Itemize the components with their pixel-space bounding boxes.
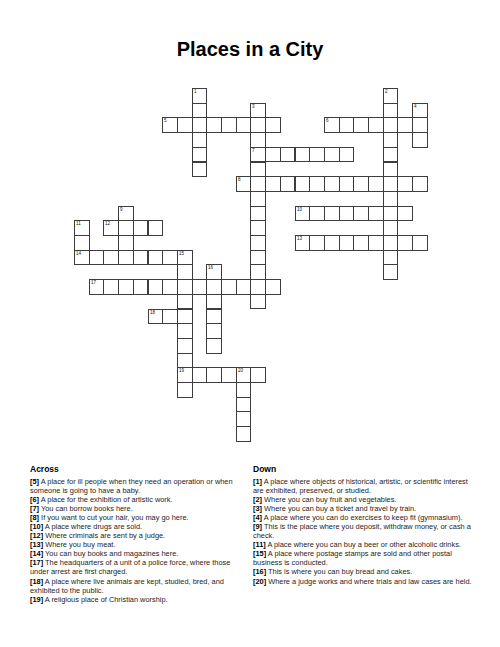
crossword-cell[interactable] (250, 235, 266, 251)
crossword-cell[interactable] (118, 235, 134, 251)
crossword-cell[interactable] (250, 162, 266, 178)
crossword-cell[interactable] (177, 309, 193, 325)
crossword-cell[interactable]: 12 (103, 220, 119, 236)
crossword-cell[interactable] (265, 279, 281, 295)
clue-number: [15] (253, 549, 266, 558)
crossword-cell[interactable] (397, 117, 413, 133)
crossword-cell[interactable] (192, 367, 208, 383)
cell-number: 17 (91, 280, 96, 285)
cell-number: 5 (164, 118, 167, 123)
clue-item: [20] Where a judge works and where trial… (253, 577, 476, 586)
clue-number: [2] (253, 495, 262, 504)
crossword-cell[interactable] (177, 353, 193, 369)
crossword-cell[interactable] (206, 309, 222, 325)
crossword-cell[interactable] (383, 132, 399, 148)
crossword-cell[interactable] (295, 147, 311, 163)
crossword-cell[interactable]: 13 (295, 235, 311, 251)
crossword-cell[interactable] (309, 235, 325, 251)
crossword-cell[interactable] (412, 117, 428, 133)
clue-number: [18] (30, 577, 43, 586)
crossword-cell[interactable] (383, 162, 399, 178)
cell-number: 9 (120, 207, 123, 212)
crossword-cell[interactable] (339, 176, 355, 192)
crossword-cell[interactable] (383, 250, 399, 266)
crossword-cell[interactable]: 6 (324, 117, 340, 133)
crossword-cell[interactable] (250, 367, 266, 383)
crossword-cell[interactable] (353, 176, 369, 192)
crossword-cell[interactable]: 20 (236, 367, 252, 383)
crossword-cell[interactable] (265, 147, 281, 163)
crossword-cell[interactable] (383, 147, 399, 163)
crossword-cell[interactable] (383, 206, 399, 222)
cell-number: 16 (208, 265, 213, 270)
clue-number: [19] (30, 595, 43, 604)
crossword-cell[interactable] (250, 191, 266, 207)
crossword-cell[interactable] (368, 117, 384, 133)
crossword-cell[interactable] (162, 309, 178, 325)
crossword-cell[interactable] (397, 176, 413, 192)
crossword-cell[interactable] (221, 367, 237, 383)
crossword-cell[interactable] (236, 117, 252, 133)
crossword-cell[interactable] (221, 279, 237, 295)
crossword-cell[interactable] (162, 250, 178, 266)
crossword-cell[interactable] (295, 176, 311, 192)
crossword-cell[interactable] (103, 279, 119, 295)
crossword-cell[interactable] (236, 397, 252, 413)
clue-item: [3] Where you can buy a ticket and trave… (253, 504, 476, 513)
crossword-cell[interactable] (148, 220, 164, 236)
crossword-cell[interactable] (221, 117, 237, 133)
crossword-cell[interactable] (324, 147, 340, 163)
clue-item: [6] A place for the exhibition of artist… (30, 495, 247, 504)
clue-number: [17] (30, 558, 43, 567)
crossword-cell[interactable] (177, 264, 193, 280)
cell-number: 20 (238, 368, 243, 373)
crossword-cell[interactable] (309, 206, 325, 222)
crossword-cell[interactable] (368, 206, 384, 222)
crossword-cell[interactable] (206, 338, 222, 354)
clue-number: [11] (253, 540, 266, 549)
crossword-cell[interactable] (353, 206, 369, 222)
crossword-cell[interactable] (309, 176, 325, 192)
crossword-cell[interactable] (118, 250, 134, 266)
crossword-cell[interactable] (339, 117, 355, 133)
crossword-cell[interactable] (192, 132, 208, 148)
cell-number: 14 (76, 251, 81, 256)
crossword-cell[interactable] (383, 117, 399, 133)
clue-number: [4] (253, 513, 262, 522)
crossword-cell[interactable] (383, 191, 399, 207)
cell-number: 4 (414, 104, 417, 109)
crossword-cell[interactable] (177, 294, 193, 310)
clue-item: [7] You can borrow books here. (30, 504, 247, 513)
crossword-cell[interactable] (133, 220, 149, 236)
crossword-cell[interactable] (324, 206, 340, 222)
crossword-cell[interactable] (368, 176, 384, 192)
cell-number: 1 (194, 89, 197, 94)
clue-item: [12] Where criminals are sent by a judge… (30, 531, 247, 540)
crossword-cell[interactable]: 19 (177, 367, 193, 383)
cell-number: 13 (297, 236, 302, 241)
clue-number: [7] (30, 504, 39, 513)
crossword-cell[interactable] (412, 132, 428, 148)
down-clues: Down [1] A place where objects of histor… (253, 464, 476, 604)
crossword-cell[interactable] (412, 176, 428, 192)
cell-number: 6 (326, 118, 329, 123)
crossword-cell[interactable] (236, 279, 252, 295)
crossword-cell[interactable]: 17 (89, 279, 105, 295)
crossword-cell[interactable] (206, 117, 222, 133)
crossword-cell[interactable]: 5 (162, 117, 178, 133)
cell-number: 10 (297, 207, 302, 212)
crossword-cell[interactable] (133, 250, 149, 266)
crossword-cell[interactable]: 7 (250, 147, 266, 163)
crossword-cell[interactable]: 1 (192, 88, 208, 104)
clue-number: [5] (30, 477, 39, 486)
crossword-cell[interactable] (383, 235, 399, 251)
crossword-cell[interactable] (412, 235, 428, 251)
crossword-cell[interactable]: 11 (74, 220, 90, 236)
cell-number: 2 (385, 89, 388, 94)
crossword-cell[interactable] (250, 220, 266, 236)
crossword-cell[interactable] (192, 117, 208, 133)
crossword-cell[interactable] (133, 279, 149, 295)
crossword-cell[interactable] (339, 206, 355, 222)
crossword-cell[interactable] (353, 235, 369, 251)
crossword-cell[interactable] (89, 250, 105, 266)
crossword-cell[interactable] (177, 117, 193, 133)
clue-item: [9] This is the place where you deposit,… (253, 522, 476, 540)
crossword-cell[interactable] (280, 176, 296, 192)
crossword-cell[interactable] (383, 176, 399, 192)
crossword-cell[interactable] (74, 235, 90, 251)
crossword-cell[interactable] (236, 382, 252, 398)
crossword-cell[interactable] (177, 338, 193, 354)
crossword-cell[interactable] (250, 132, 266, 148)
clue-number: [6] (30, 495, 39, 504)
clue-number: [16] (253, 567, 266, 576)
crossword-cell[interactable] (192, 147, 208, 163)
clue-item: [5] A place for ill people when they nee… (30, 477, 247, 495)
clue-number: [10] (30, 522, 43, 531)
crossword-cell[interactable] (339, 147, 355, 163)
crossword-cell[interactable] (250, 176, 266, 192)
crossword-cell[interactable] (397, 206, 413, 222)
cell-number: 19 (179, 368, 184, 373)
clue-lists: Across [5] A place for ill people when t… (30, 464, 476, 604)
crossword-cell[interactable] (397, 235, 413, 251)
crossword-cell[interactable] (177, 279, 193, 295)
crossword-cell[interactable]: 16 (206, 264, 222, 280)
crossword-cell[interactable] (192, 162, 208, 178)
crossword-cell[interactable] (383, 220, 399, 236)
crossword-cell[interactable] (250, 117, 266, 133)
crossword-board: 1234567891011121314151617181920 (74, 88, 428, 442)
across-clues: Across [5] A place for ill people when t… (30, 464, 253, 604)
crossword-cell[interactable]: 2 (383, 88, 399, 104)
crossword-cell[interactable]: 9 (118, 206, 134, 222)
cell-number: 3 (252, 104, 255, 109)
crossword-cell[interactable] (324, 235, 340, 251)
crossword-cell[interactable] (206, 279, 222, 295)
puzzle-title: Places in a City (0, 38, 500, 61)
clue-item: [14] You can buy books and magazines her… (30, 549, 247, 558)
crossword-cell[interactable] (236, 411, 252, 427)
clue-number: [14] (30, 549, 43, 558)
clue-number: [1] (253, 477, 262, 486)
crossword-cell[interactable] (192, 103, 208, 119)
crossword-cell[interactable]: 8 (236, 176, 252, 192)
crossword-cell[interactable] (177, 323, 193, 339)
clue-item: [18] A place where live animals are kept… (30, 577, 247, 595)
crossword-cell[interactable]: 15 (177, 250, 193, 266)
crossword-cell[interactable] (250, 250, 266, 266)
cell-number: 12 (105, 221, 110, 226)
clue-item: [16] This is where you can buy bread and… (253, 567, 476, 576)
cell-number: 7 (252, 148, 255, 153)
crossword-cell[interactable] (368, 235, 384, 251)
clue-number: [13] (30, 540, 43, 549)
clue-item: [1] A place where objects of historical,… (253, 477, 476, 495)
crossword-cell[interactable] (353, 117, 369, 133)
crossword-cell[interactable] (339, 235, 355, 251)
across-header: Across (30, 464, 247, 474)
crossword-cell[interactable]: 10 (295, 206, 311, 222)
crossword-cell[interactable] (206, 367, 222, 383)
crossword-cell[interactable] (162, 279, 178, 295)
crossword-cell[interactable] (383, 264, 399, 280)
clue-item: [19] A religious place of Christian wors… (30, 595, 247, 604)
cell-number: 8 (238, 177, 241, 182)
crossword-cell[interactable] (236, 426, 252, 442)
crossword-cell[interactable] (250, 206, 266, 222)
clue-item: [17] The headquarters of a unit of a pol… (30, 558, 247, 576)
cell-number: 18 (150, 310, 155, 315)
crossword-cell[interactable] (324, 176, 340, 192)
crossword-cell[interactable] (265, 176, 281, 192)
crossword-cell[interactable] (206, 323, 222, 339)
crossword-cell[interactable] (177, 382, 193, 398)
crossword-cell[interactable]: 18 (148, 309, 164, 325)
crossword-cell[interactable] (118, 279, 134, 295)
down-header: Down (253, 464, 476, 474)
crossword-cell[interactable] (206, 294, 222, 310)
crossword-cell[interactable] (250, 264, 266, 280)
crossword-cell[interactable] (250, 279, 266, 295)
clue-number: [3] (253, 504, 262, 513)
crossword-cell[interactable]: 4 (412, 103, 428, 119)
clue-item: [15] A place where postage stamps are so… (253, 549, 476, 567)
crossword-cell[interactable] (118, 220, 134, 236)
cell-number: 15 (179, 251, 184, 256)
crossword-cell[interactable] (265, 117, 281, 133)
clue-number: [20] (253, 577, 266, 586)
crossword-cell[interactable] (103, 250, 119, 266)
crossword-cell[interactable] (250, 294, 266, 310)
clue-item: [8] If you want to cut your hair, you ma… (30, 513, 247, 522)
clue-item: [13] Where you buy meat. (30, 540, 247, 549)
crossword-cell[interactable] (192, 279, 208, 295)
crossword-cell[interactable]: 3 (250, 103, 266, 119)
crossword-cell[interactable] (383, 103, 399, 119)
clue-number: [8] (30, 513, 39, 522)
clue-item: [11] A place where you can buy a beer or… (253, 540, 476, 549)
cell-number: 11 (76, 221, 81, 226)
clue-item: [10] A place where drugs are sold. (30, 522, 247, 531)
crossword-cell[interactable]: 14 (74, 250, 90, 266)
clue-item: [4] A place where you can do exercises t… (253, 513, 476, 522)
crossword-cell[interactable] (148, 250, 164, 266)
clue-item: [2] Where you can buy fruit and vegetabl… (253, 495, 476, 504)
crossword-cell[interactable] (148, 279, 164, 295)
crossword-cell[interactable] (309, 147, 325, 163)
crossword-cell[interactable] (280, 147, 296, 163)
clue-number: [9] (253, 522, 262, 531)
clue-number: [12] (30, 531, 43, 540)
